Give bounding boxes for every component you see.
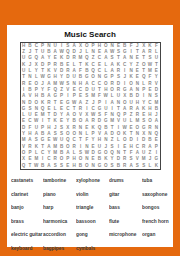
word-bank-item-violin[interactable]: violin <box>76 192 109 197</box>
word-search-grid: HBCPNUISAXOPHONEBFJXKFZJTUBAWQDJLNEAWSGI… <box>20 42 161 170</box>
word-bank: castanetstamborinexylophonedrumstubaclar… <box>11 174 170 255</box>
word-bank-item-organ[interactable]: organ <box>142 232 173 237</box>
word-bank-item-french-horn[interactable]: french horn <box>142 219 173 224</box>
grid-cell-r19c21[interactable]: K <box>153 163 159 169</box>
word-bank-item-flute[interactable]: flute <box>109 219 142 224</box>
word-bank-item-bongos[interactable]: bongos <box>142 205 173 210</box>
word-bank-item-castanets[interactable]: castanets <box>11 178 43 183</box>
word-bank-item-bassoon[interactable]: bassoon <box>76 219 109 224</box>
page-title: Music Search <box>7 30 173 39</box>
word-bank-item-microphone[interactable]: microphone <box>109 232 142 237</box>
word-bank-item-tuba[interactable]: tuba <box>142 178 173 183</box>
word-bank-item-piano[interactable]: piano <box>43 192 76 197</box>
word-bank-item-harmonica[interactable]: harmonica <box>43 219 76 224</box>
word-bank-item-cymbals[interactable]: cymbals <box>76 246 109 251</box>
puzzle-sheet: Music Search HBCPNUISAXOPHONEBFJXKFZJTUB… <box>7 25 173 247</box>
word-bank-item-triangle[interactable]: triangle <box>76 205 109 210</box>
word-bank-item-gitar[interactable]: gitar <box>109 192 142 197</box>
word-bank-item-gong[interactable]: gong <box>76 232 109 237</box>
word-bank-item-bass[interactable]: bass <box>109 205 142 210</box>
word-bank-item-clarinet[interactable]: clarinet <box>11 192 43 197</box>
word-bank-item-tamborine[interactable]: tamborine <box>43 178 76 183</box>
word-bank-item-brass[interactable]: brass <box>11 219 43 224</box>
word-bank-item-xylophone[interactable]: xylophone <box>76 178 109 183</box>
word-bank-item-banjo[interactable]: banjo <box>11 205 43 210</box>
word-bank-item-bagpipes[interactable]: bagpipes <box>43 246 76 251</box>
word-bank-item-drums[interactable]: drums <box>109 178 142 183</box>
word-bank-item-harp[interactable]: harp <box>43 205 76 210</box>
word-bank-item-electric-guitar[interactable]: electric guitar <box>11 232 43 237</box>
word-bank-item-keyboard[interactable]: keyboard <box>11 246 43 251</box>
word-bank-item-accordion[interactable]: accordion <box>43 232 76 237</box>
word-bank-item-saxophone[interactable]: saxophone <box>142 192 173 197</box>
